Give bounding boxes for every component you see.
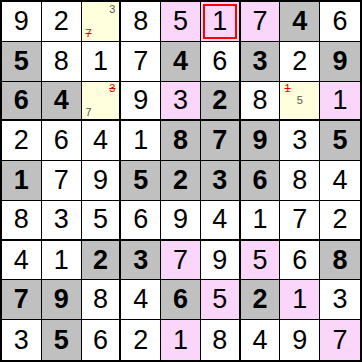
entered-digit: 7 (253, 8, 268, 35)
crossed-candidate: 3 (106, 83, 118, 95)
cell-r4c9[interactable]: 5 (320, 121, 360, 161)
entered-digit: 2 (292, 48, 307, 75)
entered-digit: 5 (173, 8, 188, 35)
given-digit: 8 (333, 247, 348, 274)
cell-r9c2[interactable]: 5 (42, 320, 82, 360)
entered-digit: 6 (292, 247, 307, 274)
entered-digit: 8 (292, 167, 307, 194)
entered-digit: 4 (333, 167, 348, 194)
given-digit: 4 (173, 48, 188, 75)
entered-digit: 8 (14, 206, 29, 233)
candidate: 7 (83, 106, 95, 118)
cell-r5c6[interactable]: 3 (201, 161, 241, 201)
given-digit: 6 (253, 167, 268, 194)
cell-r8c3[interactable]: 8 (82, 280, 122, 320)
given-digit: 5 (333, 127, 348, 154)
cell-r5c8[interactable]: 8 (280, 161, 320, 201)
cell-r3c5[interactable]: 3 (161, 82, 201, 122)
entered-digit: 9 (173, 206, 188, 233)
cell-r9c4[interactable]: 2 (121, 320, 161, 360)
cell-r7c2[interactable]: 1 (42, 241, 82, 281)
entered-digit: 2 (133, 327, 148, 354)
cell-r3c8[interactable]: 15 (280, 82, 320, 122)
entered-digit: 4 (14, 247, 29, 274)
given-digit: 6 (14, 87, 29, 114)
entered-digit: 9 (133, 87, 148, 114)
entered-digit: 3 (54, 206, 69, 233)
cell-r9c1[interactable]: 3 (2, 320, 42, 360)
given-digit: 4 (292, 8, 307, 35)
given-digit: 9 (253, 127, 268, 154)
entered-digit: 7 (333, 327, 348, 354)
cell-r1c7[interactable]: 7 (241, 2, 281, 42)
cell-r6c1[interactable]: 8 (2, 201, 42, 241)
entered-digit: 6 (133, 206, 148, 233)
entered-digit: 3 (14, 327, 29, 354)
cell-r4c7[interactable]: 9 (241, 121, 281, 161)
given-digit: 7 (212, 127, 227, 154)
cell-r2c7[interactable]: 3 (241, 42, 281, 82)
cell-r2c5[interactable]: 4 (161, 42, 201, 82)
cell-r2c1[interactable]: 5 (2, 42, 42, 82)
cell-r6c9[interactable]: 2 (320, 201, 360, 241)
cell-r7c3[interactable]: 2 (82, 241, 122, 281)
given-digit: 5 (54, 327, 69, 354)
cell-r1c1[interactable]: 9 (2, 2, 42, 42)
entered-digit: 8 (93, 286, 108, 313)
entered-digit: 1 (212, 8, 227, 35)
cell-r1c8[interactable]: 4 (280, 2, 320, 42)
entered-digit: 6 (54, 127, 69, 154)
cell-r2c3[interactable]: 1 (82, 42, 122, 82)
given-digit: 3 (133, 247, 148, 274)
cell-r6c8[interactable]: 7 (280, 201, 320, 241)
entered-digit: 7 (173, 247, 188, 274)
given-digit: 3 (212, 167, 227, 194)
cell-r4c5[interactable]: 8 (161, 121, 201, 161)
given-digit: 9 (54, 286, 69, 313)
entered-digit: 5 (93, 206, 108, 233)
entered-digit: 8 (54, 48, 69, 75)
given-digit: 2 (173, 167, 188, 194)
entered-digit: 6 (93, 327, 108, 354)
cell-r1c6[interactable]: 1 (201, 2, 241, 42)
cell-r4c4[interactable]: 1 (121, 121, 161, 161)
entered-digit: 5 (253, 247, 268, 274)
candidate: 3 (106, 3, 118, 15)
cell-r4c3[interactable]: 4 (82, 121, 122, 161)
cell-r3c7[interactable]: 8 (241, 82, 281, 122)
entered-digit: 3 (292, 127, 307, 154)
cell-r8c9[interactable]: 3 (320, 280, 360, 320)
cell-r3c4[interactable]: 9 (121, 82, 161, 122)
cell-r6c5[interactable]: 9 (161, 201, 201, 241)
cell-r9c7[interactable]: 4 (241, 320, 281, 360)
cell-r2c4[interactable]: 7 (121, 42, 161, 82)
cell-r2c6[interactable]: 6 (201, 42, 241, 82)
entered-digit: 4 (133, 286, 148, 313)
cell-r1c3[interactable]: 37 (82, 2, 122, 42)
sudoku-board: 9237851746581746329643793281512641879351… (0, 0, 362, 362)
given-digit: 1 (14, 167, 29, 194)
cell-r9c9[interactable]: 7 (320, 320, 360, 360)
cell-r5c3[interactable]: 9 (82, 161, 122, 201)
cell-r2c9[interactable]: 9 (320, 42, 360, 82)
entered-digit: 7 (133, 48, 148, 75)
cell-r5c1[interactable]: 1 (2, 161, 42, 201)
cell-r7c5[interactable]: 7 (161, 241, 201, 281)
cell-r9c3[interactable]: 6 (82, 320, 122, 360)
cell-r8c2[interactable]: 9 (42, 280, 82, 320)
cell-r9c8[interactable]: 9 (280, 320, 320, 360)
entered-digit: 3 (333, 286, 348, 313)
cell-r6c2[interactable]: 3 (42, 201, 82, 241)
entered-digit: 3 (173, 87, 188, 114)
cell-r7c8[interactable]: 6 (280, 241, 320, 281)
cell-r4c6[interactable]: 7 (201, 121, 241, 161)
entered-digit: 7 (54, 167, 69, 194)
cell-r1c9[interactable]: 6 (320, 2, 360, 42)
cell-r7c1[interactable]: 4 (2, 241, 42, 281)
given-digit: 9 (333, 48, 348, 75)
crossed-candidate: 1 (281, 83, 293, 95)
cell-r1c4[interactable]: 8 (121, 2, 161, 42)
entered-digit: 2 (333, 206, 348, 233)
entered-digit: 9 (93, 167, 108, 194)
cell-r5c2[interactable]: 7 (42, 161, 82, 201)
cell-r6c3[interactable]: 5 (82, 201, 122, 241)
cell-r3c1[interactable]: 6 (2, 82, 42, 122)
entered-digit: 1 (133, 127, 148, 154)
entered-digit: 2 (14, 127, 29, 154)
entered-digit: 9 (292, 327, 307, 354)
given-digit: 2 (253, 286, 268, 313)
entered-digit: 8 (253, 87, 268, 114)
entered-digit: 6 (333, 8, 348, 35)
entered-digit: 1 (253, 206, 268, 233)
cell-r8c8[interactable]: 1 (280, 280, 320, 320)
cell-r5c7[interactable]: 6 (241, 161, 281, 201)
cell-r4c2[interactable]: 6 (42, 121, 82, 161)
given-digit: 8 (173, 127, 188, 154)
cell-r2c8[interactable]: 2 (280, 42, 320, 82)
entered-digit: 1 (333, 87, 348, 114)
cell-r5c4[interactable]: 5 (121, 161, 161, 201)
crossed-candidate: 7 (83, 28, 95, 40)
entered-digit: 2 (54, 8, 69, 35)
entered-digit: 1 (93, 48, 108, 75)
cell-r1c5[interactable]: 5 (161, 2, 201, 42)
entered-digit: 9 (14, 8, 29, 35)
cell-r1c2[interactable]: 2 (42, 2, 82, 42)
cell-r3c6[interactable]: 2 (201, 82, 241, 122)
given-digit: 2 (93, 247, 108, 274)
pencilmark-grid: 37 (83, 3, 119, 40)
given-digit: 5 (133, 167, 148, 194)
pencilmark-grid: 15 (281, 83, 318, 119)
cell-r3c3[interactable]: 37 (82, 82, 122, 122)
entered-digit: 1 (54, 247, 69, 274)
cell-r5c9[interactable]: 4 (320, 161, 360, 201)
cell-r8c1[interactable]: 7 (2, 280, 42, 320)
cell-r5c5[interactable]: 2 (161, 161, 201, 201)
candidate: 5 (294, 94, 306, 106)
cell-r8c4[interactable]: 4 (121, 280, 161, 320)
pencilmark-grid: 37 (83, 83, 119, 119)
cell-r6c6[interactable]: 4 (201, 201, 241, 241)
cell-r8c6[interactable]: 5 (201, 280, 241, 320)
cell-r3c2[interactable]: 4 (42, 82, 82, 122)
entered-digit: 9 (212, 247, 227, 274)
given-digit: 6 (173, 286, 188, 313)
entered-digit: 5 (212, 286, 227, 313)
cell-r7c9[interactable]: 8 (320, 241, 360, 281)
cell-r6c7[interactable]: 1 (241, 201, 281, 241)
entered-digit: 8 (133, 8, 148, 35)
cell-r7c7[interactable]: 5 (241, 241, 281, 281)
entered-digit: 1 (292, 286, 307, 313)
given-digit: 5 (14, 48, 29, 75)
cell-r8c5[interactable]: 6 (161, 280, 201, 320)
cell-r7c4[interactable]: 3 (121, 241, 161, 281)
cell-r9c6[interactable]: 8 (201, 320, 241, 360)
entered-digit: 6 (212, 48, 227, 75)
cell-r3c9[interactable]: 1 (320, 82, 360, 122)
given-digit: 2 (212, 87, 227, 114)
cell-r7c6[interactable]: 9 (201, 241, 241, 281)
given-digit: 3 (253, 48, 268, 75)
cell-r2c2[interactable]: 8 (42, 42, 82, 82)
given-digit: 4 (54, 87, 69, 114)
cell-r6c4[interactable]: 6 (121, 201, 161, 241)
given-digit: 7 (14, 286, 29, 313)
cell-r4c1[interactable]: 2 (2, 121, 42, 161)
cell-r9c5[interactable]: 1 (161, 320, 201, 360)
entered-digit: 8 (212, 327, 227, 354)
entered-digit: 1 (173, 327, 188, 354)
entered-digit: 7 (292, 206, 307, 233)
cell-r8c7[interactable]: 2 (241, 280, 281, 320)
entered-digit: 4 (212, 206, 227, 233)
cell-r4c8[interactable]: 3 (280, 121, 320, 161)
entered-digit: 4 (253, 327, 268, 354)
entered-digit: 4 (93, 127, 108, 154)
